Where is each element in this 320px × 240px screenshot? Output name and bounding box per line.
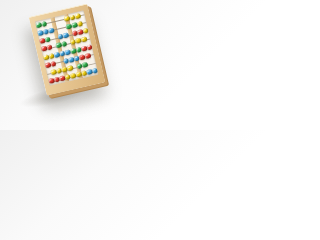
bead-slot [91, 66, 98, 75]
bead-blue [92, 68, 99, 74]
abacus-board [29, 3, 106, 95]
rods [35, 10, 99, 86]
photo-scene [0, 0, 130, 130]
bead-red [86, 44, 93, 50]
abacus-interior [35, 10, 99, 86]
bead-yellow [83, 28, 90, 34]
